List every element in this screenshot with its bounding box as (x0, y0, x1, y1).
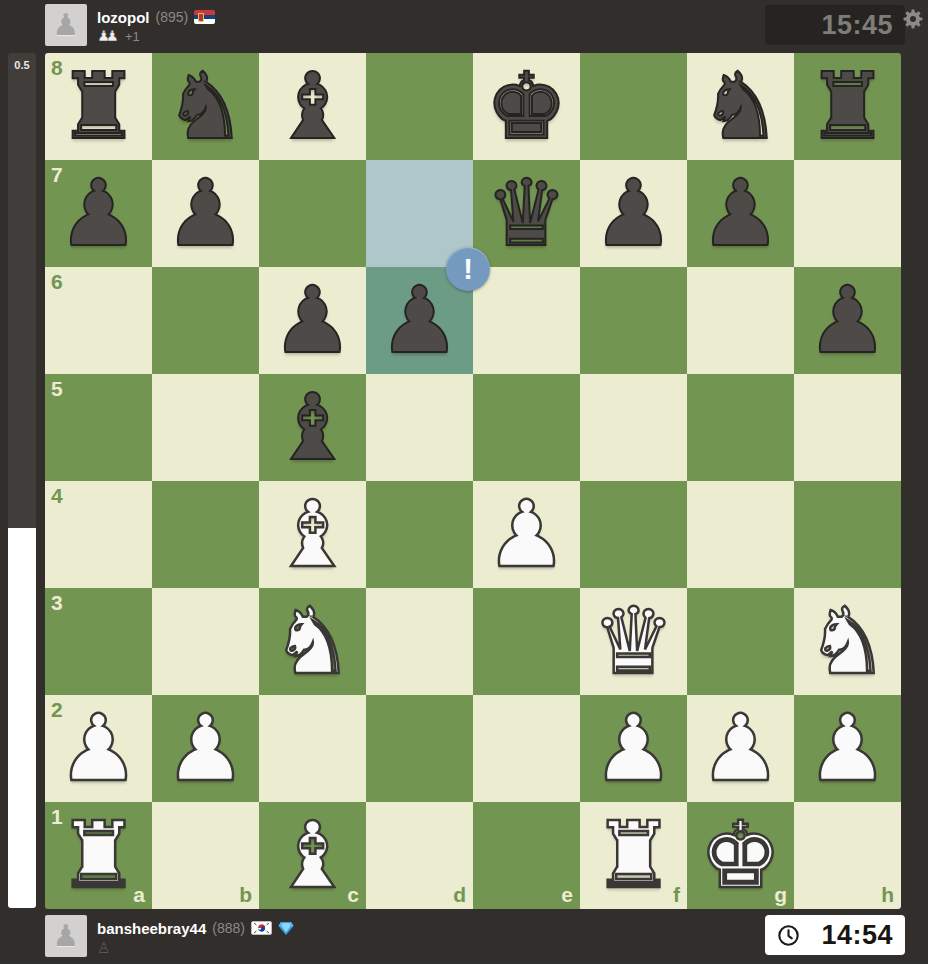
square-a7[interactable]: 7♟ (45, 160, 152, 267)
square-d1[interactable]: d (366, 802, 473, 909)
square-c7[interactable] (259, 160, 366, 267)
square-a8[interactable]: 8♜ (45, 53, 152, 160)
bottom-player-clock: 14:54 (765, 915, 905, 955)
piece-white-pawn[interactable]: ♟ (152, 695, 259, 802)
file-label-h: h (881, 883, 894, 907)
bottom-player-info: bansheebray44 (888) (97, 919, 294, 937)
clock-icon (777, 924, 800, 947)
square-h1[interactable]: h (794, 802, 901, 909)
square-a1[interactable]: 1a♜ (45, 802, 152, 909)
file-label-e: e (561, 883, 573, 907)
bottom-clock-time: 14:54 (800, 920, 905, 951)
rank-label-3: 3 (51, 591, 63, 615)
piece-white-rook[interactable]: ♜ (580, 802, 687, 909)
gear-icon[interactable] (902, 8, 924, 30)
square-g8[interactable]: ♞ (687, 53, 794, 160)
avatar-pawn-icon: ♟ (53, 10, 80, 40)
square-c5[interactable]: ♝ (259, 374, 366, 481)
square-h6[interactable]: ♟ (794, 267, 901, 374)
captured-black-pawn-icon: ♙ (97, 941, 110, 956)
piece-white-bishop[interactable]: ♝ (259, 481, 366, 588)
piece-black-pawn[interactable]: ♟ (152, 160, 259, 267)
square-d7[interactable] (366, 160, 473, 267)
avatar-top-player[interactable]: ♟ (45, 4, 87, 46)
square-b3[interactable] (152, 588, 259, 695)
piece-white-pawn[interactable]: ♟ (794, 695, 901, 802)
bottom-player-username[interactable]: bansheebray44 (97, 920, 206, 937)
square-b1[interactable]: b (152, 802, 259, 909)
square-b8[interactable]: ♞ (152, 53, 259, 160)
square-e1[interactable]: e (473, 802, 580, 909)
square-f7[interactable]: ♟ (580, 160, 687, 267)
file-label-b: b (239, 883, 252, 907)
square-h3[interactable]: ♞ (794, 588, 901, 695)
piece-black-queen[interactable]: ♛ (473, 160, 580, 267)
square-e2[interactable] (473, 695, 580, 802)
square-f3[interactable]: ♛ (580, 588, 687, 695)
piece-black-pawn[interactable]: ♟ (366, 267, 473, 374)
piece-white-queen[interactable]: ♛ (580, 588, 687, 695)
square-d3[interactable] (366, 588, 473, 695)
bottom-player-rating: (888) (212, 920, 245, 936)
square-e3[interactable] (473, 588, 580, 695)
square-d2[interactable] (366, 695, 473, 802)
square-f2[interactable]: ♟ (580, 695, 687, 802)
square-g4[interactable] (687, 481, 794, 588)
piece-black-rook[interactable]: ♜ (45, 53, 152, 160)
bottom-captured-pieces: ♙ (97, 939, 110, 957)
evaluation-bar: 0.5 (8, 53, 36, 908)
square-c3[interactable]: ♞ (259, 588, 366, 695)
square-b4[interactable] (152, 481, 259, 588)
piece-black-bishop[interactable]: ♝ (259, 374, 366, 481)
piece-black-king[interactable]: ♚ (473, 53, 580, 160)
piece-black-pawn[interactable]: ♟ (259, 267, 366, 374)
piece-black-pawn[interactable]: ♟ (580, 160, 687, 267)
square-b6[interactable] (152, 267, 259, 374)
top-player-info: lozopol (895) (97, 8, 215, 26)
top-player-clock: 15:45 (765, 5, 905, 45)
square-f5[interactable] (580, 374, 687, 481)
square-a3[interactable]: 3 (45, 588, 152, 695)
top-player-rating: (895) (156, 9, 189, 25)
south-korea-flag-icon (251, 921, 272, 935)
square-e4[interactable]: ♟ (473, 481, 580, 588)
piece-white-pawn[interactable]: ♟ (580, 695, 687, 802)
piece-black-bishop[interactable]: ♝ (259, 53, 366, 160)
evaluation-score: 0.5 (8, 59, 36, 71)
diamond-icon[interactable] (278, 921, 294, 936)
square-h8[interactable]: ♜ (794, 53, 901, 160)
top-clock-time: 15:45 (765, 10, 905, 41)
piece-white-pawn[interactable]: ♟ (45, 695, 152, 802)
piece-black-knight[interactable]: ♞ (687, 53, 794, 160)
square-b7[interactable]: ♟ (152, 160, 259, 267)
evaluation-bar-black-section (8, 53, 36, 528)
file-label-d: d (453, 883, 466, 907)
square-h2[interactable]: ♟ (794, 695, 901, 802)
square-f4[interactable] (580, 481, 687, 588)
captured-white-pawn-icon: ♟ (105, 29, 118, 44)
serbia-flag-icon (194, 10, 215, 24)
square-g6[interactable] (687, 267, 794, 374)
piece-black-rook[interactable]: ♜ (794, 53, 901, 160)
square-a2[interactable]: 2♟ (45, 695, 152, 802)
square-e8[interactable]: ♚ (473, 53, 580, 160)
square-f8[interactable] (580, 53, 687, 160)
rank-label-4: 4 (51, 484, 63, 508)
material-advantage: +1 (125, 29, 140, 44)
square-a6[interactable]: 6 (45, 267, 152, 374)
evaluation-bar-white-section (8, 528, 36, 908)
square-a4[interactable]: 4 (45, 481, 152, 588)
square-h7[interactable] (794, 160, 901, 267)
piece-white-bishop[interactable]: ♝ (259, 802, 366, 909)
square-a5[interactable]: 5 (45, 374, 152, 481)
piece-white-pawn[interactable]: ♟ (687, 695, 794, 802)
square-g5[interactable] (687, 374, 794, 481)
piece-white-king[interactable]: ♚ (687, 802, 794, 909)
piece-black-pawn[interactable]: ♟ (794, 267, 901, 374)
square-f1[interactable]: f♜ (580, 802, 687, 909)
square-h4[interactable] (794, 481, 901, 588)
square-g2[interactable]: ♟ (687, 695, 794, 802)
square-e6[interactable] (473, 267, 580, 374)
piece-white-pawn[interactable]: ♟ (473, 481, 580, 588)
square-h5[interactable] (794, 374, 901, 481)
top-captured-pieces: ♟ ♟ +1 (97, 27, 140, 45)
avatar-bottom-player[interactable]: ♟ (45, 915, 87, 957)
square-d8[interactable] (366, 53, 473, 160)
square-d6[interactable]: ♟ (366, 267, 473, 374)
square-g3[interactable] (687, 588, 794, 695)
square-e7[interactable]: ♛ (473, 160, 580, 267)
square-d4[interactable] (366, 481, 473, 588)
square-c8[interactable]: ♝ (259, 53, 366, 160)
square-g1[interactable]: g♚ (687, 802, 794, 909)
piece-white-rook[interactable]: ♜ (45, 802, 152, 909)
piece-black-knight[interactable]: ♞ (152, 53, 259, 160)
square-c6[interactable]: ♟ (259, 267, 366, 374)
square-c1[interactable]: c♝ (259, 802, 366, 909)
chess-game-screen: ♟ lozopol (895) ♟ ♟ +1 15:45 0.5 (0, 0, 928, 964)
square-f6[interactable] (580, 267, 687, 374)
square-g7[interactable]: ♟ (687, 160, 794, 267)
square-b2[interactable]: ♟ (152, 695, 259, 802)
rank-label-6: 6 (51, 270, 63, 294)
square-b5[interactable] (152, 374, 259, 481)
avatar-pawn-icon: ♟ (53, 921, 80, 951)
square-c4[interactable]: ♝ (259, 481, 366, 588)
square-e5[interactable] (473, 374, 580, 481)
piece-black-pawn[interactable]: ♟ (687, 160, 794, 267)
square-d5[interactable] (366, 374, 473, 481)
piece-black-pawn[interactable]: ♟ (45, 160, 152, 267)
top-player-username[interactable]: lozopol (97, 9, 150, 26)
square-c2[interactable] (259, 695, 366, 802)
chess-board: 8♜♞♝♚♞♜7♟♟♛♟♟6♟♟♟5♝4♝♟3♞♛♞2♟♟♟♟♟1a♜bc♝de… (45, 53, 901, 909)
rank-label-5: 5 (51, 377, 63, 401)
piece-white-knight[interactable]: ♞ (259, 588, 366, 695)
piece-white-knight[interactable]: ♞ (794, 588, 901, 695)
